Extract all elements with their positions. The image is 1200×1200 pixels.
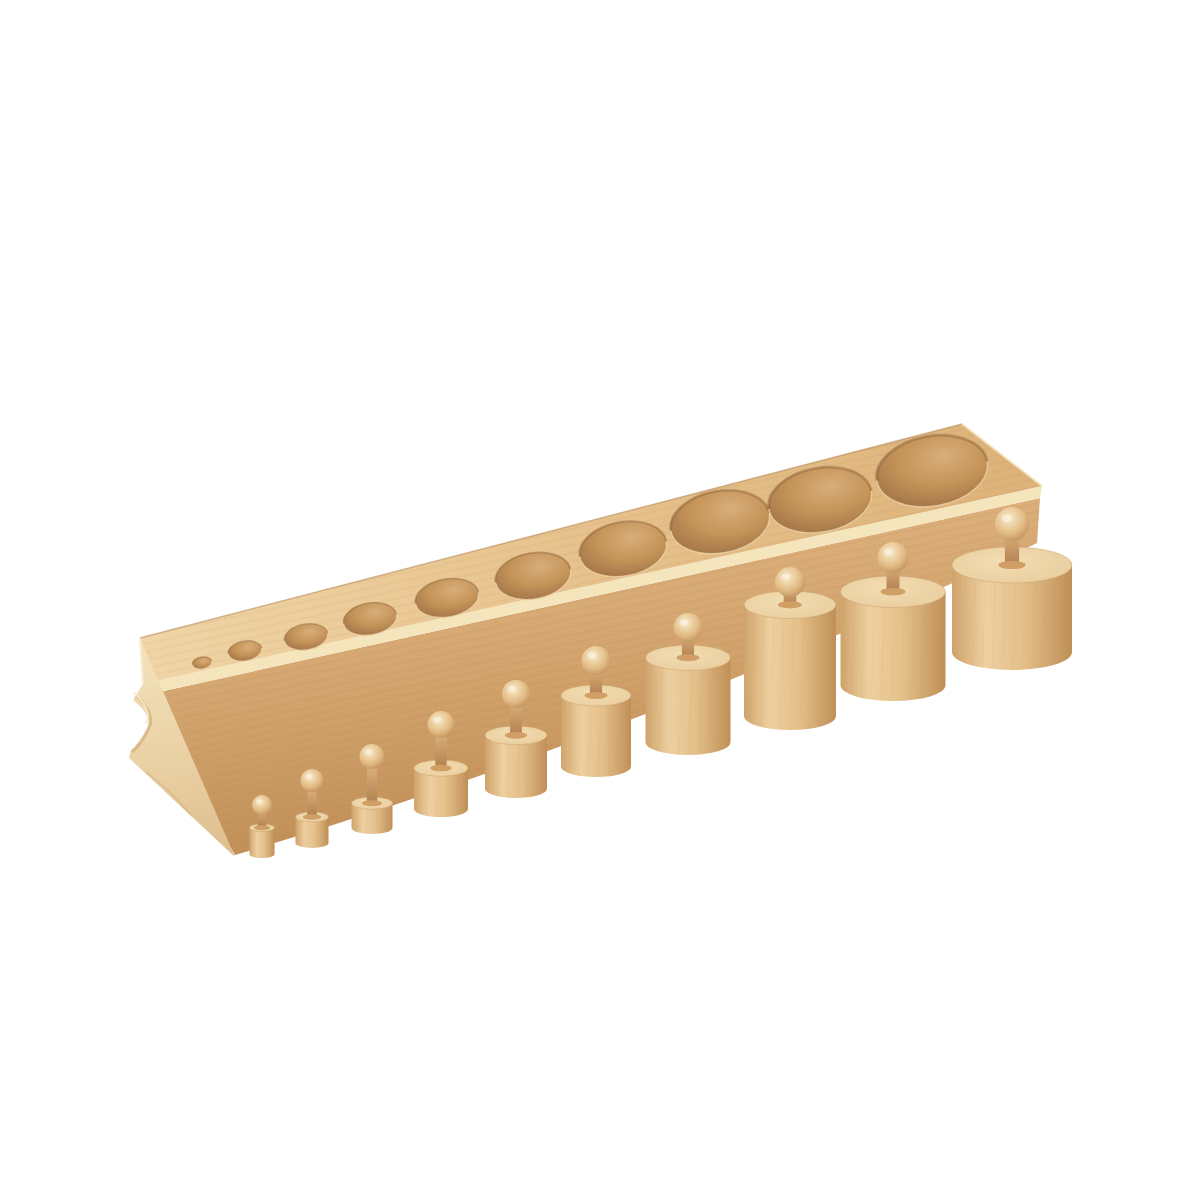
knob-ball: [674, 613, 703, 642]
cylinder-body-grain: [561, 696, 631, 778]
knob-ball: [995, 507, 1029, 541]
knob-ball-highlight: [305, 774, 312, 780]
knob-ball-highlight: [507, 686, 516, 693]
knob-neck-flare: [584, 692, 607, 699]
knob-neck-flare: [998, 561, 1025, 569]
knob-neck-flare: [362, 800, 382, 806]
knob-neck-flare: [881, 588, 906, 595]
knob-ball-highlight: [433, 717, 442, 723]
knob-neck-flare: [430, 765, 452, 771]
knob-neck-flare: [778, 601, 802, 608]
knob-ball-highlight: [364, 749, 372, 755]
product-photo-canvas: [0, 0, 1200, 1200]
knob-neck-flare: [303, 814, 321, 820]
knob-ball-highlight: [1001, 514, 1012, 522]
cylinder-body-grain: [250, 828, 275, 858]
knob-ball: [252, 795, 272, 815]
knob-ball: [428, 711, 455, 738]
knob-neck-flare: [254, 825, 270, 830]
knob-neck-flare: [505, 732, 527, 739]
knob-ball-highlight: [781, 573, 791, 580]
cylinder-body-grain: [841, 592, 946, 701]
cylinder-body-grain: [646, 658, 731, 755]
knob-ball-highlight: [587, 652, 596, 659]
knob-ball: [360, 744, 385, 769]
knob-ball-highlight: [883, 548, 893, 555]
scene-svg: [0, 0, 1200, 1200]
knob-neck-flare: [676, 654, 699, 661]
knob-ball-highlight: [256, 799, 262, 804]
cylinder-body-grain: [744, 605, 836, 730]
knob-ball: [502, 680, 530, 708]
knob-ball-highlight: [679, 619, 688, 626]
cylinder-1: [250, 795, 275, 858]
knob-ball: [878, 542, 909, 573]
knob-ball: [582, 646, 611, 675]
knob-ball: [301, 769, 324, 792]
knob-ball: [775, 567, 805, 597]
